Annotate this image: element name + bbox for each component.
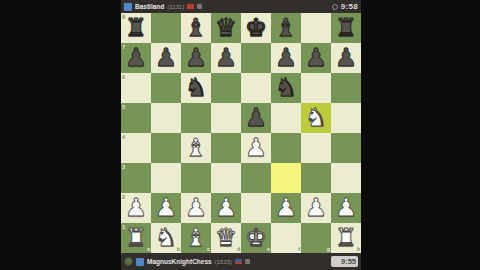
square-d6[interactable]: [211, 73, 241, 103]
square-a8[interactable]: 8♜: [121, 13, 151, 43]
square-d4[interactable]: [211, 133, 241, 163]
square-a2[interactable]: 2♟: [121, 193, 151, 223]
square-e7[interactable]: [241, 43, 271, 73]
piece-black-pawn-c7[interactable]: ♟: [181, 43, 211, 73]
square-d2[interactable]: ♟: [211, 193, 241, 223]
piece-white-pawn-d2[interactable]: ♟: [211, 193, 241, 223]
square-b6[interactable]: [151, 73, 181, 103]
top-player-name[interactable]: Bastiland: [135, 3, 164, 10]
piece-white-rook-a1[interactable]: ♜: [121, 223, 151, 253]
file-label-f: f: [298, 246, 300, 252]
piece-black-king-e8[interactable]: ♚: [241, 13, 271, 43]
square-e1[interactable]: e♚: [241, 223, 271, 253]
settings-gear-icon[interactable]: [332, 4, 338, 10]
square-f7[interactable]: ♟: [271, 43, 301, 73]
square-b7[interactable]: ♟: [151, 43, 181, 73]
rank-label-4: 4: [122, 134, 125, 140]
square-e5[interactable]: ♟: [241, 103, 271, 133]
square-h3[interactable]: [331, 163, 361, 193]
bottom-player-country-flag-icon: [235, 259, 242, 264]
piece-white-pawn-c2[interactable]: ♟: [181, 193, 211, 223]
bottom-player-avatar-photo[interactable]: [124, 257, 133, 266]
piece-black-queen-d8[interactable]: ♛: [211, 13, 241, 43]
square-g5[interactable]: ♞: [301, 103, 331, 133]
square-a3[interactable]: 3: [121, 163, 151, 193]
square-g6[interactable]: [301, 73, 331, 103]
square-g7[interactable]: ♟: [301, 43, 331, 73]
square-b5[interactable]: [151, 103, 181, 133]
chess-app: Bastiland (1131) 9:58 8♜♝♛♚♝♜7♟♟♟♟♟♟♟6♞♞…: [121, 0, 361, 270]
square-c5[interactable]: [181, 103, 211, 133]
file-label-g: g: [327, 246, 330, 252]
piece-white-knight-b1[interactable]: ♞: [151, 223, 181, 253]
piece-white-bishop-c1[interactable]: ♝: [181, 223, 211, 253]
square-g1[interactable]: g: [301, 223, 331, 253]
square-c2[interactable]: ♟: [181, 193, 211, 223]
square-f6[interactable]: ♞: [271, 73, 301, 103]
square-g4[interactable]: [301, 133, 331, 163]
square-d8[interactable]: ♛: [211, 13, 241, 43]
square-c8[interactable]: ♝: [181, 13, 211, 43]
piece-white-knight-g5[interactable]: ♞: [301, 103, 331, 133]
chess-board[interactable]: 8♜♝♛♚♝♜7♟♟♟♟♟♟♟6♞♞5♟♞4♝♟32♟♟♟♟♟♟♟1a♜b♞c♝…: [121, 13, 361, 253]
top-player-badge-icon: [197, 4, 202, 9]
square-e6[interactable]: [241, 73, 271, 103]
piece-white-pawn-e4[interactable]: ♟: [241, 133, 271, 163]
bottom-player-rating: (1535): [215, 259, 232, 265]
square-f2[interactable]: ♟: [271, 193, 301, 223]
piece-black-knight-c6[interactable]: ♞: [181, 73, 211, 103]
square-c6[interactable]: ♞: [181, 73, 211, 103]
piece-white-pawn-g2[interactable]: ♟: [301, 193, 331, 223]
piece-black-pawn-f7[interactable]: ♟: [271, 43, 301, 73]
square-e3[interactable]: [241, 163, 271, 193]
square-c1[interactable]: c♝: [181, 223, 211, 253]
square-f5[interactable]: [271, 103, 301, 133]
piece-white-pawn-b2[interactable]: ♟: [151, 193, 181, 223]
piece-black-rook-h8[interactable]: ♜: [331, 13, 361, 43]
bottom-player-name[interactable]: MagnusKnightChess: [147, 258, 212, 265]
square-d1[interactable]: d♛: [211, 223, 241, 253]
square-h1[interactable]: h♜: [331, 223, 361, 253]
square-g8[interactable]: [301, 13, 331, 43]
piece-black-knight-f6[interactable]: ♞: [271, 73, 301, 103]
square-g3[interactable]: [301, 163, 331, 193]
square-b2[interactable]: ♟: [151, 193, 181, 223]
square-c3[interactable]: [181, 163, 211, 193]
square-f3[interactable]: [271, 163, 301, 193]
piece-white-king-e1[interactable]: ♚: [241, 223, 271, 253]
piece-white-pawn-a2[interactable]: ♟: [121, 193, 151, 223]
piece-black-pawn-g7[interactable]: ♟: [301, 43, 331, 73]
screen: Bastiland (1131) 9:58 8♜♝♛♚♝♜7♟♟♟♟♟♟♟6♞♞…: [0, 0, 480, 270]
square-h2[interactable]: ♟: [331, 193, 361, 223]
square-d3[interactable]: [211, 163, 241, 193]
piece-black-pawn-b7[interactable]: ♟: [151, 43, 181, 73]
top-player-country-flag-icon: [187, 4, 194, 9]
bottom-player-badge-icon: [245, 259, 250, 264]
bottom-player-clock: 9:55: [331, 256, 358, 267]
square-a6[interactable]: 6: [121, 73, 151, 103]
piece-black-pawn-d7[interactable]: ♟: [211, 43, 241, 73]
piece-black-bishop-c8[interactable]: ♝: [181, 13, 211, 43]
piece-black-bishop-f8[interactable]: ♝: [271, 13, 301, 43]
piece-black-pawn-a7[interactable]: ♟: [121, 43, 151, 73]
piece-white-bishop-c4[interactable]: ♝: [181, 133, 211, 163]
square-h8[interactable]: ♜: [331, 13, 361, 43]
square-b4[interactable]: [151, 133, 181, 163]
square-c7[interactable]: ♟: [181, 43, 211, 73]
piece-black-pawn-h7[interactable]: ♟: [331, 43, 361, 73]
square-c4[interactable]: ♝: [181, 133, 211, 163]
square-b1[interactable]: b♞: [151, 223, 181, 253]
square-d5[interactable]: [211, 103, 241, 133]
square-f4[interactable]: [271, 133, 301, 163]
square-b3[interactable]: [151, 163, 181, 193]
top-player-avatar[interactable]: [124, 3, 132, 11]
top-player-rating: (1131): [167, 4, 184, 10]
top-player-bar: Bastiland (1131) 9:58: [121, 0, 361, 13]
square-h4[interactable]: [331, 133, 361, 163]
square-h6[interactable]: [331, 73, 361, 103]
bottom-player-bar: MagnusKnightChess (1535) 9:55: [121, 253, 361, 270]
square-b8[interactable]: [151, 13, 181, 43]
square-f1[interactable]: f: [271, 223, 301, 253]
square-h5[interactable]: [331, 103, 361, 133]
square-a4[interactable]: 4: [121, 133, 151, 163]
square-e2[interactable]: [241, 193, 271, 223]
square-h7[interactable]: ♟: [331, 43, 361, 73]
piece-white-pawn-f2[interactable]: ♟: [271, 193, 301, 223]
square-g2[interactable]: ♟: [301, 193, 331, 223]
top-player-clock: 9:58: [341, 2, 358, 11]
bottom-player-avatar[interactable]: [136, 258, 144, 266]
piece-black-rook-a8[interactable]: ♜: [121, 13, 151, 43]
rank-label-6: 6: [122, 74, 125, 80]
square-e4[interactable]: ♟: [241, 133, 271, 163]
square-a7[interactable]: 7♟: [121, 43, 151, 73]
rank-label-3: 3: [122, 164, 125, 170]
piece-white-queen-d1[interactable]: ♛: [211, 223, 241, 253]
piece-white-pawn-h2[interactable]: ♟: [331, 193, 361, 223]
rank-label-5: 5: [122, 104, 125, 110]
square-a5[interactable]: 5: [121, 103, 151, 133]
piece-black-pawn-e5[interactable]: ♟: [241, 103, 271, 133]
square-d7[interactable]: ♟: [211, 43, 241, 73]
square-a1[interactable]: 1a♜: [121, 223, 151, 253]
square-e8[interactable]: ♚: [241, 13, 271, 43]
piece-white-rook-h1[interactable]: ♜: [331, 223, 361, 253]
square-f8[interactable]: ♝: [271, 13, 301, 43]
